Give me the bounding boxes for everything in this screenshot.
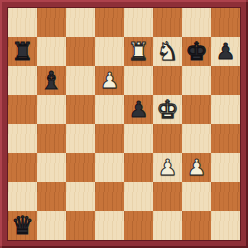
piece-white-rook[interactable]: ♜ — [124, 37, 153, 66]
square-b1[interactable] — [37, 211, 66, 240]
square-c6[interactable] — [66, 66, 95, 95]
piece-black-pawn[interactable]: ♟ — [124, 95, 153, 124]
square-b3[interactable] — [37, 153, 66, 182]
square-h2[interactable] — [211, 182, 240, 211]
piece-white-king[interactable]: ♚ — [153, 95, 182, 124]
square-g5[interactable] — [182, 95, 211, 124]
square-f3[interactable]: ♟ — [153, 153, 182, 182]
piece-white-knight[interactable]: ♞ — [153, 37, 182, 66]
square-g2[interactable] — [182, 182, 211, 211]
square-a7[interactable]: ♜ — [8, 37, 37, 66]
square-e3[interactable] — [124, 153, 153, 182]
piece-black-bishop[interactable]: ♝ — [37, 66, 66, 95]
piece-white-pawn[interactable]: ♟ — [95, 66, 124, 95]
square-a2[interactable] — [8, 182, 37, 211]
square-h6[interactable] — [211, 66, 240, 95]
square-e2[interactable] — [124, 182, 153, 211]
square-f6[interactable] — [153, 66, 182, 95]
square-b2[interactable] — [37, 182, 66, 211]
square-g8[interactable] — [182, 8, 211, 37]
square-b7[interactable] — [37, 37, 66, 66]
square-h8[interactable] — [211, 8, 240, 37]
square-a5[interactable] — [8, 95, 37, 124]
square-h1[interactable] — [211, 211, 240, 240]
square-d3[interactable] — [95, 153, 124, 182]
square-h3[interactable] — [211, 153, 240, 182]
chess-board: ♜♜♞♚♟♝♟♟♚♟♟♛ — [8, 8, 240, 240]
square-e6[interactable] — [124, 66, 153, 95]
piece-black-pawn[interactable]: ♟ — [211, 37, 240, 66]
square-f5[interactable]: ♚ — [153, 95, 182, 124]
square-f2[interactable] — [153, 182, 182, 211]
chess-board-frame: ♜♜♞♚♟♝♟♟♚♟♟♛ — [0, 0, 248, 248]
square-a3[interactable] — [8, 153, 37, 182]
square-c5[interactable] — [66, 95, 95, 124]
square-d7[interactable] — [95, 37, 124, 66]
square-a6[interactable] — [8, 66, 37, 95]
square-c4[interactable] — [66, 124, 95, 153]
piece-white-pawn[interactable]: ♟ — [153, 153, 182, 182]
square-d8[interactable] — [95, 8, 124, 37]
square-d1[interactable] — [95, 211, 124, 240]
square-e5[interactable]: ♟ — [124, 95, 153, 124]
square-g1[interactable] — [182, 211, 211, 240]
piece-white-pawn[interactable]: ♟ — [182, 153, 211, 182]
square-c3[interactable] — [66, 153, 95, 182]
piece-black-queen[interactable]: ♛ — [8, 211, 37, 240]
square-c1[interactable] — [66, 211, 95, 240]
square-g7[interactable]: ♚ — [182, 37, 211, 66]
square-e1[interactable] — [124, 211, 153, 240]
square-g4[interactable] — [182, 124, 211, 153]
square-d5[interactable] — [95, 95, 124, 124]
piece-black-king[interactable]: ♚ — [182, 37, 211, 66]
square-e7[interactable]: ♜ — [124, 37, 153, 66]
square-h5[interactable] — [211, 95, 240, 124]
square-b5[interactable] — [37, 95, 66, 124]
square-b8[interactable] — [37, 8, 66, 37]
square-g3[interactable]: ♟ — [182, 153, 211, 182]
square-a4[interactable] — [8, 124, 37, 153]
square-e4[interactable] — [124, 124, 153, 153]
square-e8[interactable] — [124, 8, 153, 37]
square-b6[interactable]: ♝ — [37, 66, 66, 95]
square-a8[interactable] — [8, 8, 37, 37]
square-c7[interactable] — [66, 37, 95, 66]
square-f1[interactable] — [153, 211, 182, 240]
square-d6[interactable]: ♟ — [95, 66, 124, 95]
square-f7[interactable]: ♞ — [153, 37, 182, 66]
square-h4[interactable] — [211, 124, 240, 153]
square-f8[interactable] — [153, 8, 182, 37]
square-b4[interactable] — [37, 124, 66, 153]
square-d4[interactable] — [95, 124, 124, 153]
piece-black-rook[interactable]: ♜ — [8, 37, 37, 66]
square-f4[interactable] — [153, 124, 182, 153]
square-c8[interactable] — [66, 8, 95, 37]
square-d2[interactable] — [95, 182, 124, 211]
square-c2[interactable] — [66, 182, 95, 211]
square-h7[interactable]: ♟ — [211, 37, 240, 66]
square-g6[interactable] — [182, 66, 211, 95]
square-a1[interactable]: ♛ — [8, 211, 37, 240]
